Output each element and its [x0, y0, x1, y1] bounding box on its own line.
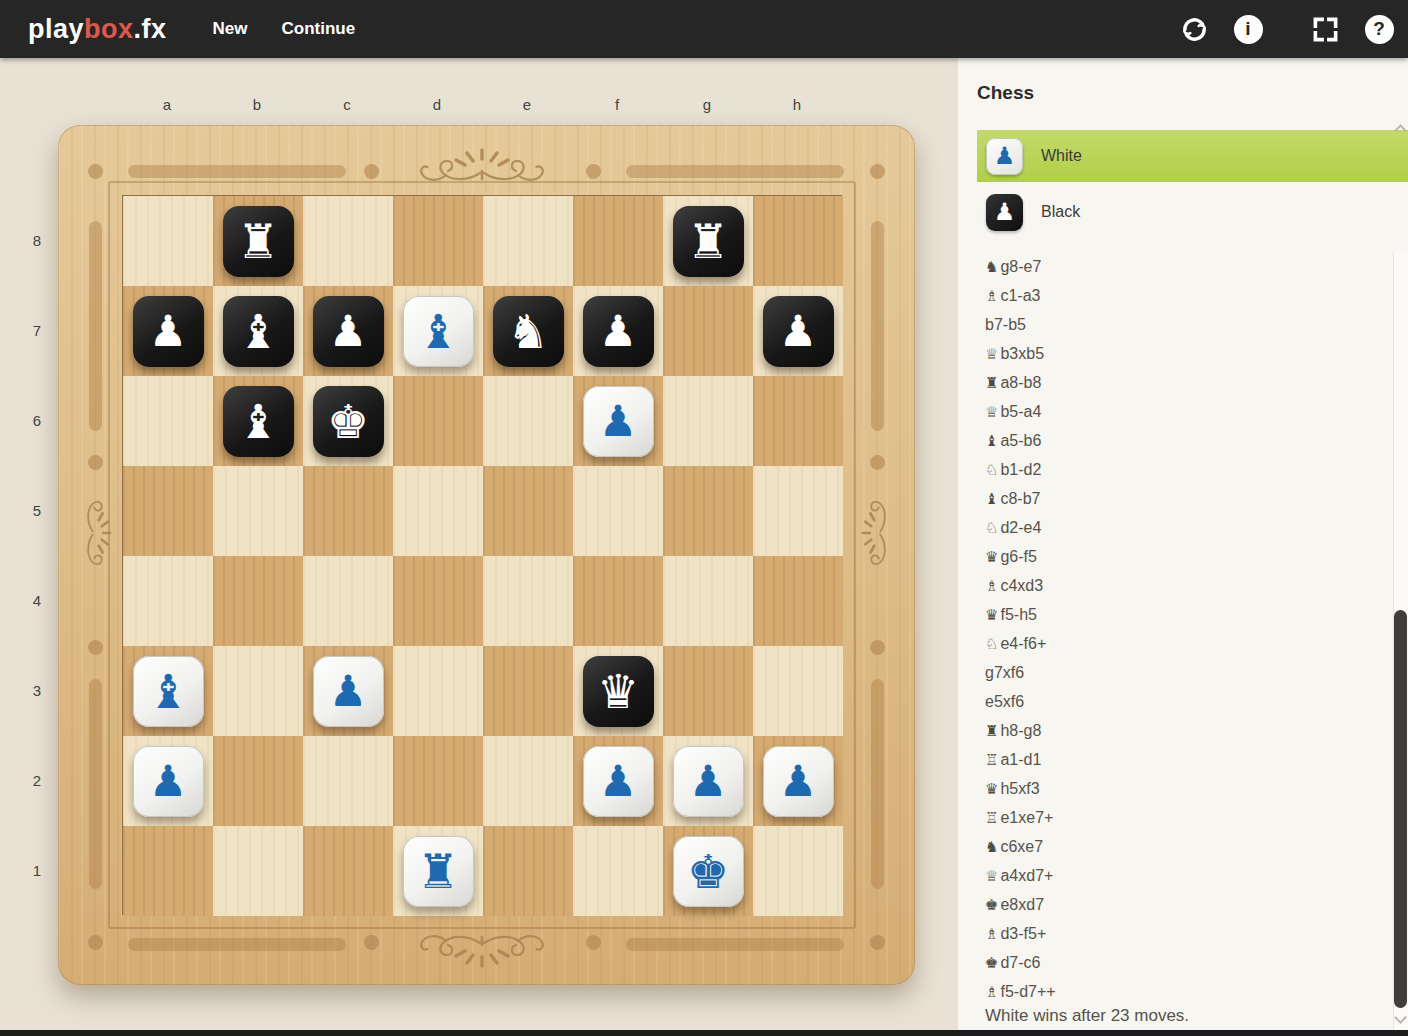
move-item-8[interactable]: ♘b1-d2: [985, 455, 1388, 484]
square-f5[interactable]: [573, 466, 663, 556]
move-piece-glyph: ♛: [985, 780, 998, 798]
rank-label-1: 1: [22, 825, 52, 915]
move-item-15[interactable]: g7xf6: [985, 658, 1388, 687]
panel-title: Chess: [977, 82, 1034, 104]
move-item-14[interactable]: ♘e4-f6+: [985, 629, 1388, 658]
frame-dot: [88, 640, 103, 655]
move-item-5[interactable]: ♜a8-b8: [985, 368, 1388, 397]
black-rook-b8[interactable]: ♜: [223, 206, 294, 277]
player-name-black: Black: [1041, 203, 1080, 221]
square-a3[interactable]: ♝: [123, 646, 213, 736]
frame-groove: [128, 165, 346, 178]
pawn-glyph: ♟: [149, 310, 188, 353]
frame-dot: [88, 455, 103, 470]
pawn-glyph: ♟: [779, 760, 818, 803]
bottom-bar: [0, 1030, 1408, 1036]
file-label-d: d: [392, 96, 482, 113]
square-c2[interactable]: [303, 736, 393, 826]
rank-label-2: 2: [22, 735, 52, 825]
bishop-glyph: ♝: [237, 308, 279, 355]
white-king-g1[interactable]: ♚: [673, 836, 744, 907]
nav-new[interactable]: New: [213, 19, 248, 39]
move-item-2[interactable]: ♗c1-a3: [985, 281, 1388, 310]
bishop-glyph: ♝: [237, 398, 279, 445]
white-pawn-icon: ♟: [986, 138, 1023, 175]
rank-label-5: 5: [22, 465, 52, 555]
move-piece-glyph: ♞: [985, 258, 998, 276]
move-text: g7xf6: [985, 664, 1024, 682]
king-glyph: ♚: [687, 848, 729, 895]
header-icons: i ?: [1179, 0, 1394, 58]
square-d4[interactable]: [393, 556, 483, 646]
square-b3[interactable]: [213, 646, 303, 736]
move-item-21[interactable]: ♞c6xe7: [985, 832, 1388, 861]
square-e5[interactable]: [483, 466, 573, 556]
frame-dot: [88, 935, 103, 950]
move-text: h8-g8: [1000, 722, 1041, 740]
move-piece-glyph: ♚: [985, 954, 998, 972]
white-pawn-f2[interactable]: ♟: [583, 746, 654, 817]
square-e4[interactable]: [483, 556, 573, 646]
square-c8[interactable]: [303, 196, 393, 286]
file-label-b: b: [212, 96, 302, 113]
move-piece-glyph: ♘: [985, 461, 998, 479]
move-item-9[interactable]: ♝c8-b7: [985, 484, 1388, 513]
rook-glyph: ♜: [417, 848, 459, 895]
move-piece-glyph: ♜: [985, 374, 998, 392]
white-pawn-f6[interactable]: ♟: [583, 386, 654, 457]
move-item-4[interactable]: ♕b3xb5: [985, 339, 1388, 368]
move-text: f5-d7++: [1000, 983, 1055, 1001]
move-piece-glyph: ♘: [985, 635, 998, 653]
move-text: c8-b7: [1000, 490, 1040, 508]
square-c6[interactable]: ♚: [303, 376, 393, 466]
ornament-flourish: [855, 479, 895, 587]
square-d5[interactable]: [393, 466, 483, 556]
square-g4[interactable]: [663, 556, 753, 646]
square-h7[interactable]: ♟: [753, 286, 843, 376]
frame-groove: [626, 938, 844, 951]
square-d3[interactable]: [393, 646, 483, 736]
pawn-glyph: ♟: [329, 310, 368, 353]
move-item-23[interactable]: ♚e8xd7: [985, 890, 1388, 919]
move-text: a4xd7+: [1000, 867, 1053, 885]
move-item-22[interactable]: ♕a4xd7+: [985, 861, 1388, 890]
fullscreen-icon[interactable]: [1310, 14, 1340, 44]
move-item-20[interactable]: ♖e1xe7+: [985, 803, 1388, 832]
square-f7[interactable]: ♟: [573, 286, 663, 376]
frame-dot: [870, 455, 885, 470]
white-pawn-a2[interactable]: ♟: [133, 746, 204, 817]
black-king-c6[interactable]: ♚: [313, 386, 384, 457]
move-piece-glyph: ♕: [985, 403, 998, 421]
move-text: d3-f5+: [1000, 925, 1046, 943]
move-text: e1xe7+: [1000, 809, 1053, 827]
move-item-12[interactable]: ♗c4xd3: [985, 571, 1388, 600]
frame-dot: [586, 164, 601, 179]
move-item-18[interactable]: ♖a1-d1: [985, 745, 1388, 774]
move-piece-glyph: ♝: [985, 432, 998, 450]
square-b7[interactable]: ♝: [213, 286, 303, 376]
frame-dot: [586, 935, 601, 950]
knight-glyph: ♞: [507, 308, 549, 355]
frame-groove: [89, 221, 102, 431]
file-label-c: c: [302, 96, 392, 113]
logo-box: box: [84, 14, 134, 44]
move-text: b3xb5: [1000, 345, 1044, 363]
white-rook-d1[interactable]: ♜: [403, 836, 474, 907]
king-glyph: ♚: [327, 398, 369, 445]
move-list-scrollbar[interactable]: [1393, 252, 1408, 1030]
logo-play: play: [28, 14, 84, 44]
move-text: h5xf3: [1000, 780, 1039, 798]
square-d2[interactable]: [393, 736, 483, 826]
move-piece-glyph: ♗: [985, 577, 998, 595]
chess-board-frame: ♜♜♟♝♟♝♞♟♟♝♚♟♝♟♛♟♟♟♟♜♚: [58, 125, 915, 985]
square-d1[interactable]: ♜: [393, 826, 483, 916]
move-item-10[interactable]: ♘d2-e4: [985, 513, 1388, 542]
frame-groove: [128, 938, 346, 951]
pawn-glyph: ♟: [599, 760, 638, 803]
move-piece-glyph: ♕: [985, 345, 998, 363]
square-f4[interactable]: [573, 556, 663, 646]
white-bishop-a3[interactable]: ♝: [133, 656, 204, 727]
square-c1[interactable]: [303, 826, 393, 916]
square-a7[interactable]: ♟: [123, 286, 213, 376]
black-pawn-h7[interactable]: ♟: [763, 296, 834, 367]
square-c7[interactable]: ♟: [303, 286, 393, 376]
rook-glyph: ♜: [237, 218, 279, 265]
move-item-19[interactable]: ♛h5xf3: [985, 774, 1388, 803]
move-text: c1-a3: [1000, 287, 1040, 305]
move-text: d7-c6: [1000, 954, 1040, 972]
square-e8[interactable]: [483, 196, 573, 286]
square-d8[interactable]: [393, 196, 483, 286]
square-b4[interactable]: [213, 556, 303, 646]
move-piece-glyph: ♗: [985, 983, 998, 1001]
square-b6[interactable]: ♝: [213, 376, 303, 466]
white-bishop-d7[interactable]: ♝: [403, 296, 474, 367]
move-list: ♞g8-e7♗c1-a3b7-b5♕b3xb5♜a8-b8♕b5-a4♝a5-b…: [985, 252, 1388, 1006]
move-item-25[interactable]: ♚d7-c6: [985, 948, 1388, 977]
move-text: f5-h5: [1000, 606, 1036, 624]
move-text: e4-f6+: [1000, 635, 1046, 653]
bishop-glyph: ♝: [147, 668, 189, 715]
move-text: a8-b8: [1000, 374, 1041, 392]
game-result-status: White wins after 23 moves.: [985, 1006, 1189, 1026]
square-e3[interactable]: [483, 646, 573, 736]
square-g8[interactable]: ♜: [663, 196, 753, 286]
move-text: g6-f5: [1000, 548, 1036, 566]
frame-groove: [871, 221, 884, 431]
logo-fx: .fx: [134, 14, 167, 44]
move-item-16[interactable]: e5xf6: [985, 687, 1388, 716]
move-text: b5-a4: [1000, 403, 1041, 421]
square-g6[interactable]: [663, 376, 753, 466]
pawn-glyph: ♟: [779, 310, 818, 353]
app-logo[interactable]: playbox.fx: [28, 14, 167, 45]
ornament-flourish: [410, 927, 554, 973]
square-c5[interactable]: [303, 466, 393, 556]
square-d6[interactable]: [393, 376, 483, 466]
black-knight-e7[interactable]: ♞: [493, 296, 564, 367]
square-c3[interactable]: ♟: [303, 646, 393, 736]
frame-groove: [89, 679, 102, 889]
help-icon-symbol: ?: [1365, 15, 1394, 44]
square-f8[interactable]: [573, 196, 663, 286]
square-g1[interactable]: ♚: [663, 826, 753, 916]
move-piece-glyph: ♗: [985, 925, 998, 943]
move-item-26[interactable]: ♗f5-d7++: [985, 977, 1388, 1006]
square-b8[interactable]: ♜: [213, 196, 303, 286]
help-icon[interactable]: ?: [1364, 14, 1394, 44]
square-a5[interactable]: [123, 466, 213, 556]
black-pawn-icon: ♟: [986, 194, 1023, 231]
move-piece-glyph: ♛: [985, 548, 998, 566]
file-label-a: a: [122, 96, 212, 113]
square-e1[interactable]: [483, 826, 573, 916]
move-text: d2-e4: [1000, 519, 1041, 537]
move-text: g8-e7: [1000, 258, 1041, 276]
player-row-white[interactable]: ♟ White: [977, 130, 1408, 182]
move-item-7[interactable]: ♝a5-b6: [985, 426, 1388, 455]
move-piece-glyph: ♗: [985, 287, 998, 305]
square-b1[interactable]: [213, 826, 303, 916]
move-item-1[interactable]: ♞g8-e7: [985, 252, 1388, 281]
chess-board: ♜♜♟♝♟♝♞♟♟♝♚♟♝♟♛♟♟♟♟♜♚: [122, 195, 842, 915]
square-a6[interactable]: [123, 376, 213, 466]
move-text: c6xe7: [1000, 838, 1043, 856]
move-piece-glyph: ♖: [985, 751, 998, 769]
black-pawn-f7[interactable]: ♟: [583, 296, 654, 367]
frame-dot: [870, 935, 885, 950]
square-g3[interactable]: [663, 646, 753, 736]
file-label-g: g: [662, 96, 752, 113]
move-item-3[interactable]: b7-b5: [985, 310, 1388, 339]
move-piece-glyph: ♖: [985, 809, 998, 827]
move-item-13[interactable]: ♛f5-h5: [985, 600, 1388, 629]
frame-dot: [364, 164, 379, 179]
rank-label-3: 3: [22, 645, 52, 735]
square-a1[interactable]: [123, 826, 213, 916]
frame-dot: [870, 164, 885, 179]
pawn-glyph: ♟: [599, 400, 638, 443]
move-item-24[interactable]: ♗d3-f5+: [985, 919, 1388, 948]
square-g5[interactable]: [663, 466, 753, 556]
black-queen-f3[interactable]: ♛: [583, 656, 654, 727]
square-a2[interactable]: ♟: [123, 736, 213, 826]
white-pawn-h2[interactable]: ♟: [763, 746, 834, 817]
bishop-glyph: ♝: [417, 308, 459, 355]
rank-labels: 87654321: [22, 195, 52, 915]
player-row-black[interactable]: ♟ Black: [977, 186, 1408, 238]
square-f2[interactable]: ♟: [573, 736, 663, 826]
move-text: e5xf6: [985, 693, 1024, 711]
scrollbar-thumb[interactable]: [1394, 610, 1407, 1008]
app-root: playbox.fx New Continue i: [0, 0, 1408, 1036]
rank-label-7: 7: [22, 285, 52, 375]
black-rook-g8[interactable]: ♜: [673, 206, 744, 277]
pawn-glyph: ♟: [599, 310, 638, 353]
move-text: a5-b6: [1000, 432, 1041, 450]
frame-dot: [88, 164, 103, 179]
square-f1[interactable]: [573, 826, 663, 916]
frame-groove: [626, 165, 844, 178]
rank-label-8: 8: [22, 195, 52, 285]
square-h1[interactable]: [753, 826, 843, 916]
square-b2[interactable]: [213, 736, 303, 826]
frame-dot: [870, 640, 885, 655]
square-h6[interactable]: [753, 376, 843, 466]
square-e6[interactable]: [483, 376, 573, 466]
frame-groove: [871, 679, 884, 889]
file-label-h: h: [752, 96, 842, 113]
square-c4[interactable]: [303, 556, 393, 646]
file-label-e: e: [482, 96, 572, 113]
rook-glyph: ♜: [687, 218, 729, 265]
black-pawn-c7[interactable]: ♟: [313, 296, 384, 367]
square-a4[interactable]: [123, 556, 213, 646]
square-h4[interactable]: [753, 556, 843, 646]
square-f6[interactable]: ♟: [573, 376, 663, 466]
square-f3[interactable]: ♛: [573, 646, 663, 736]
move-text: c4xd3: [1000, 577, 1043, 595]
move-piece-glyph: ♝: [985, 490, 998, 508]
rank-label-4: 4: [22, 555, 52, 645]
pawn-glyph: ♟: [329, 670, 368, 713]
white-pawn-c3[interactable]: ♟: [313, 656, 384, 727]
side-panel: Chess ♟ White ♟ Black ♞g8-e7♗c1-a3b7-b5♕…: [958, 58, 1408, 1030]
black-bishop-b7[interactable]: ♝: [223, 296, 294, 367]
move-piece-glyph: ♘: [985, 519, 998, 537]
pawn-glyph: ♟: [149, 760, 188, 803]
black-pawn-a7[interactable]: ♟: [133, 296, 204, 367]
square-h2[interactable]: ♟: [753, 736, 843, 826]
square-g7[interactable]: [663, 286, 753, 376]
move-piece-glyph: ♚: [985, 896, 998, 914]
square-h5[interactable]: [753, 466, 843, 556]
move-text: b7-b5: [985, 316, 1026, 334]
square-e7[interactable]: ♞: [483, 286, 573, 376]
move-piece-glyph: ♕: [985, 867, 998, 885]
square-d7[interactable]: ♝: [393, 286, 483, 376]
info-icon[interactable]: i: [1233, 14, 1263, 44]
app-header: playbox.fx New Continue i: [0, 0, 1408, 58]
square-e2[interactable]: [483, 736, 573, 826]
player-name-white: White: [1041, 147, 1082, 165]
move-piece-glyph: ♛: [985, 606, 998, 624]
move-text: b1-d2: [1000, 461, 1041, 479]
nav-continue[interactable]: Continue: [282, 19, 356, 39]
white-pawn-g2[interactable]: ♟: [673, 746, 744, 817]
info-icon-symbol: i: [1234, 15, 1263, 44]
move-piece-glyph: ♞: [985, 838, 998, 856]
square-a8[interactable]: [123, 196, 213, 286]
rank-label-6: 6: [22, 375, 52, 465]
square-b5[interactable]: [213, 466, 303, 556]
main-nav: New Continue: [213, 19, 356, 39]
file-label-f: f: [572, 96, 662, 113]
square-h8[interactable]: [753, 196, 843, 286]
pawn-glyph: ♟: [689, 760, 728, 803]
move-item-11[interactable]: ♛g6-f5: [985, 542, 1388, 571]
square-g2[interactable]: ♟: [663, 736, 753, 826]
refresh-icon[interactable]: [1179, 14, 1209, 44]
black-bishop-b6[interactable]: ♝: [223, 386, 294, 457]
queen-glyph: ♛: [597, 668, 639, 715]
frame-dot: [364, 935, 379, 950]
move-item-6[interactable]: ♕b5-a4: [985, 397, 1388, 426]
move-piece-glyph: ♜: [985, 722, 998, 740]
move-text: a1-d1: [1000, 751, 1041, 769]
square-h3[interactable]: [753, 646, 843, 736]
move-item-17[interactable]: ♜h8-g8: [985, 716, 1388, 745]
file-labels: abcdefgh: [122, 96, 842, 113]
move-text: e8xd7: [1000, 896, 1044, 914]
